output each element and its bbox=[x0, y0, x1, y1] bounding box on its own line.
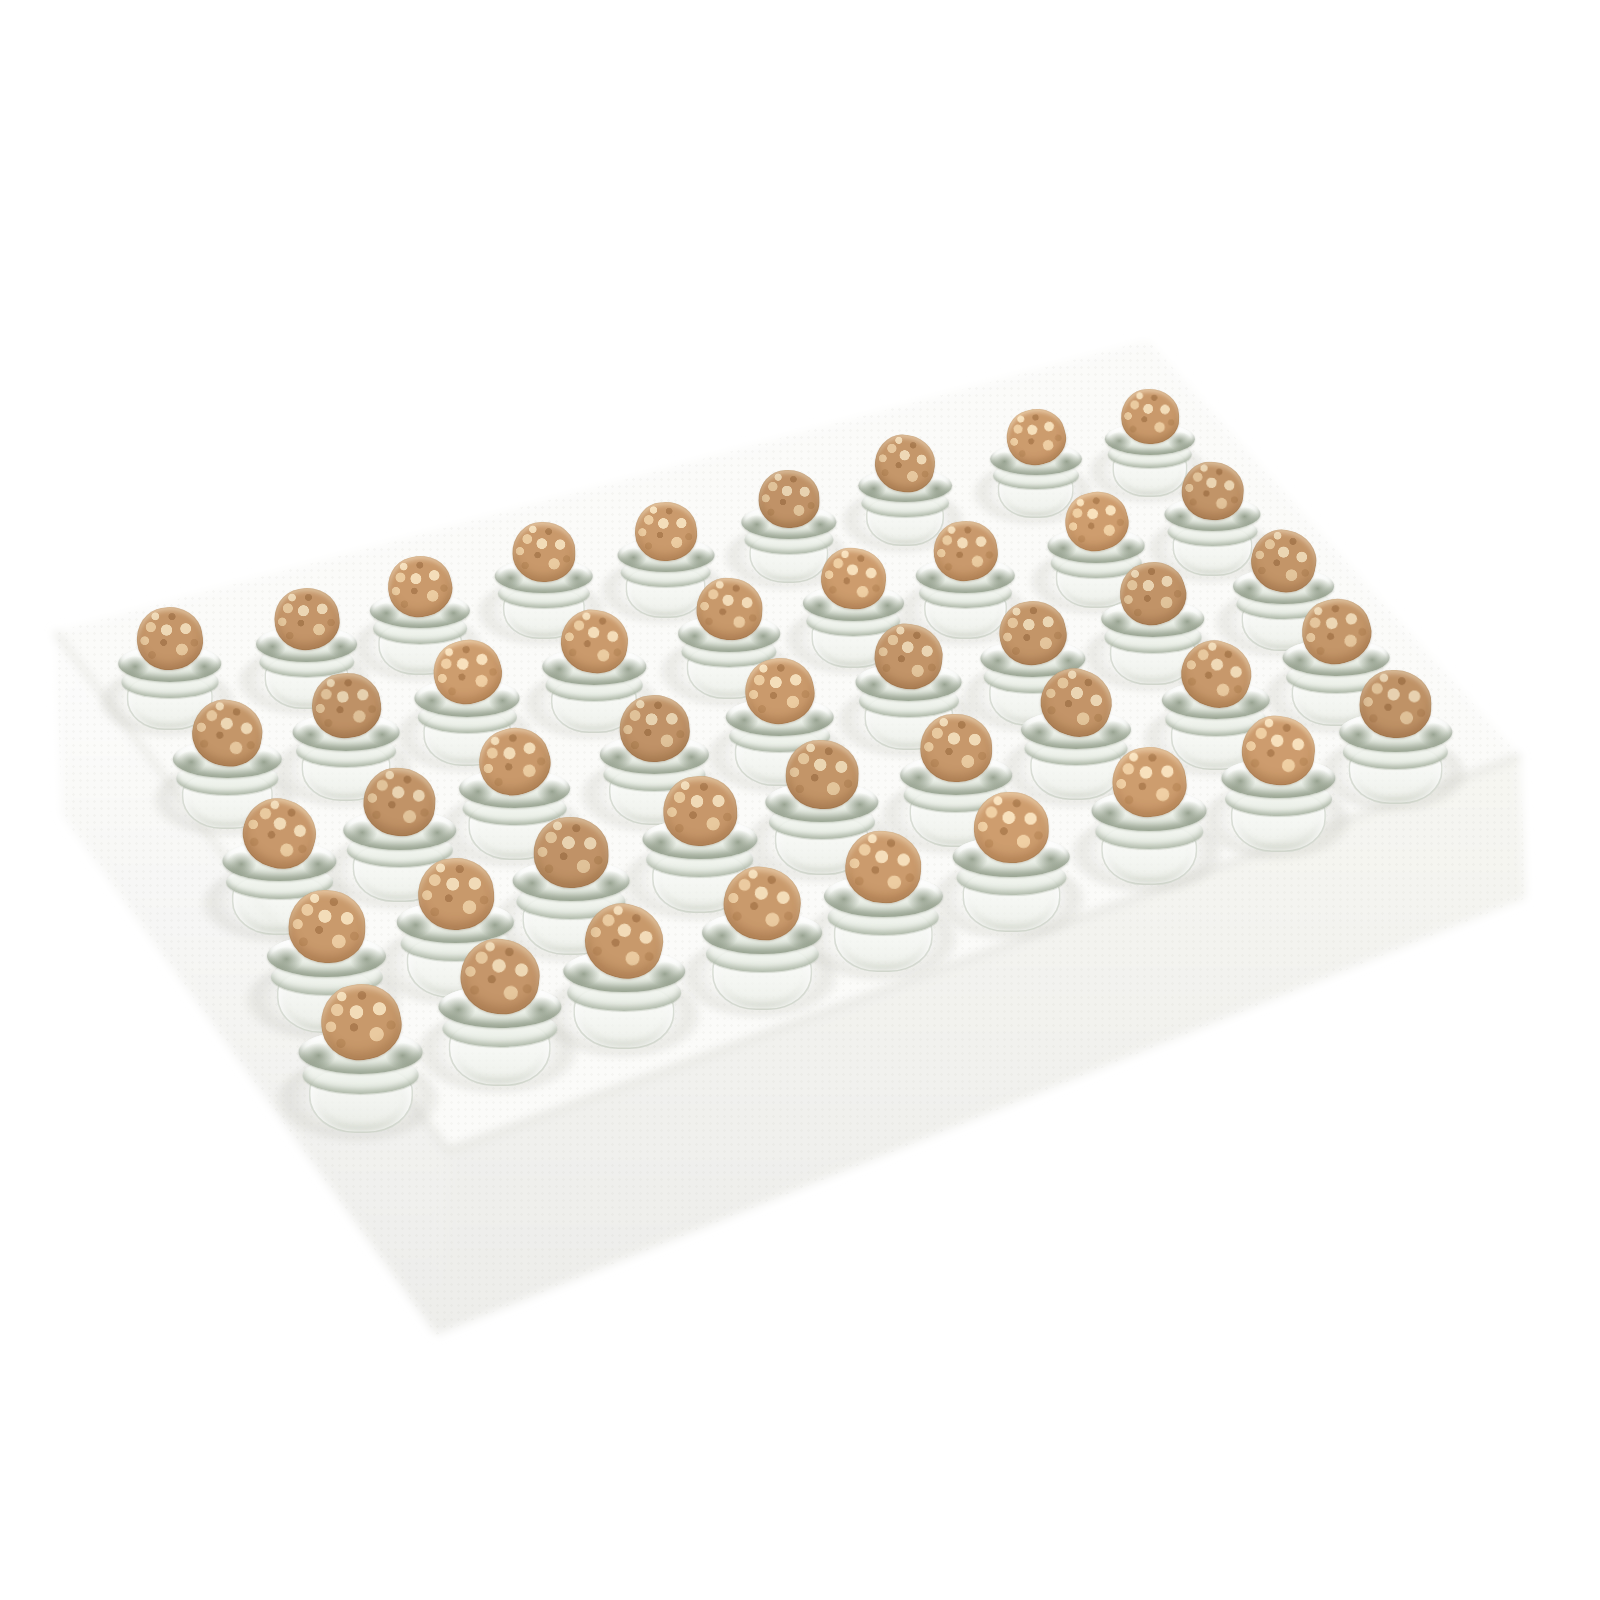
cork-stopper bbox=[1359, 669, 1433, 739]
cork-stopper bbox=[512, 522, 576, 583]
cork-stopper bbox=[287, 889, 366, 964]
bottle-grid bbox=[0, 0, 1600, 1600]
cork-stopper bbox=[1120, 388, 1180, 445]
cork-stopper bbox=[785, 739, 860, 810]
product-photo bbox=[0, 0, 1600, 1600]
glass-bottle bbox=[1071, 747, 1226, 899]
cork-stopper bbox=[920, 714, 992, 783]
glass-bottle bbox=[277, 984, 445, 1148]
cork-stopper bbox=[533, 816, 610, 889]
cork-stopper bbox=[758, 469, 820, 528]
cork-stopper bbox=[973, 792, 1049, 865]
